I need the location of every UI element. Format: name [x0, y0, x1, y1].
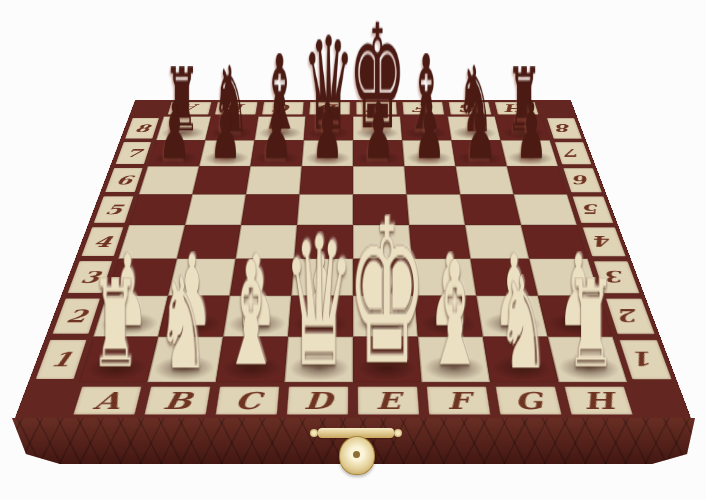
- square-b6[interactable]: [192, 166, 250, 194]
- coordinate-label: 6: [105, 168, 143, 192]
- file-label-top-f: F: [399, 100, 448, 116]
- coordinate-label: 1: [35, 340, 87, 379]
- rank-label-left-6: 6: [100, 166, 148, 194]
- piece-white-rook[interactable]: ♜: [567, 277, 616, 375]
- rank-label-right-5: 5: [567, 194, 618, 225]
- coordinate-label: F: [402, 102, 444, 114]
- coordinate-label: E: [356, 102, 397, 114]
- coordinate-label: C: [262, 102, 304, 114]
- piece-white-knight[interactable]: ♞: [498, 273, 548, 374]
- rank-label-right-7: 7: [550, 140, 596, 166]
- file-label-bottom-b: B: [138, 382, 215, 419]
- file-label-top-c: C: [258, 100, 307, 116]
- coordinate-label: 6: [563, 168, 601, 192]
- coordinate-label: D: [309, 102, 350, 114]
- coordinate-label: 1: [619, 340, 671, 379]
- square-a6[interactable]: [139, 166, 199, 194]
- file-label-bottom-f: F: [422, 382, 496, 419]
- file-label-bottom-g: G: [490, 382, 567, 419]
- square-b5[interactable]: [185, 194, 246, 225]
- square-d6[interactable]: [299, 166, 353, 194]
- square-a7[interactable]: ♟: [148, 140, 205, 166]
- coordinate-label: 5: [572, 196, 612, 222]
- square-d7[interactable]: ♟: [302, 140, 353, 166]
- piece-white-knight[interactable]: ♞: [158, 273, 208, 374]
- clasp-rosette: [339, 436, 375, 475]
- coordinate-label: B: [145, 387, 211, 415]
- rank-label-right-8: 8: [542, 116, 586, 140]
- square-g7[interactable]: ♟: [451, 140, 506, 166]
- file-label-bottom-e: E: [353, 382, 425, 419]
- file-label-bottom-d: D: [281, 382, 353, 419]
- file-label-bottom-c: C: [210, 382, 284, 419]
- frame-corner: [627, 382, 691, 419]
- square-b1[interactable]: ♞: [147, 337, 223, 383]
- square-f1[interactable]: ♝: [418, 337, 490, 383]
- file-label-top-a: A: [164, 100, 215, 116]
- square-h5[interactable]: [514, 194, 577, 225]
- square-g6[interactable]: [456, 166, 514, 194]
- square-f7[interactable]: ♟: [402, 140, 455, 166]
- square-g1[interactable]: ♞: [483, 337, 559, 383]
- coordinate-label: 7: [554, 142, 590, 164]
- coordinate-label: C: [216, 387, 280, 415]
- piece-white-queen[interactable]: ♛: [283, 231, 354, 374]
- coordinate-label: E: [358, 387, 419, 415]
- piece-white-rook[interactable]: ♜: [91, 277, 140, 375]
- coordinate-label: B: [215, 102, 258, 114]
- file-label-top-b: B: [211, 100, 261, 116]
- coordinate-label: G: [449, 102, 492, 114]
- chessboard: ABCDEFGH8♜♞♝♛♚♝♞♜87♟♟♟♟♟♟♟♟7665544332♟♟♟…: [15, 100, 692, 419]
- square-c1[interactable]: ♝: [216, 337, 288, 383]
- square-a1[interactable]: ♜: [79, 337, 159, 383]
- piece-white-bishop[interactable]: ♝: [222, 259, 279, 374]
- file-label-bottom-h: H: [559, 382, 639, 419]
- file-label-top-g: G: [445, 100, 495, 116]
- coordinate-label: 8: [125, 118, 160, 139]
- coordinate-label: H: [565, 387, 633, 415]
- rank-label-left-5: 5: [88, 194, 139, 225]
- file-label-top-d: D: [306, 100, 353, 116]
- coordinate-label: A: [73, 387, 141, 415]
- coordinate-label: D: [287, 387, 348, 415]
- coordinate-label: H: [495, 102, 539, 114]
- file-label-top-h: H: [491, 100, 542, 116]
- square-b7[interactable]: ♟: [199, 140, 254, 166]
- photo-stage: ABCDEFGH8♜♞♝♛♚♝♞♜87♟♟♟♟♟♟♟♟7665544332♟♟♟…: [0, 0, 706, 500]
- square-e7[interactable]: ♟: [353, 140, 404, 166]
- square-h6[interactable]: [507, 166, 567, 194]
- square-a5[interactable]: [129, 194, 192, 225]
- square-h1[interactable]: ♜: [548, 337, 628, 383]
- coordinate-label: G: [496, 387, 562, 415]
- piece-white-king[interactable]: ♚: [347, 214, 427, 375]
- square-c6[interactable]: [246, 166, 302, 194]
- coordinate-label: F: [427, 387, 491, 415]
- coordinate-label: 8: [547, 118, 582, 139]
- square-g5[interactable]: [460, 194, 521, 225]
- piece-white-bishop[interactable]: ♝: [426, 259, 483, 374]
- square-e1[interactable]: ♚: [353, 337, 422, 383]
- square-c7[interactable]: ♟: [250, 140, 303, 166]
- coordinate-label: 5: [93, 196, 133, 222]
- rank-label-right-6: 6: [558, 166, 606, 194]
- file-label-top-e: E: [353, 100, 400, 116]
- coordinate-label: A: [168, 102, 212, 114]
- square-d1[interactable]: ♛: [284, 337, 353, 383]
- coordinate-label: 7: [115, 142, 151, 164]
- square-h7[interactable]: ♟: [501, 140, 558, 166]
- file-label-bottom-a: A: [67, 382, 147, 419]
